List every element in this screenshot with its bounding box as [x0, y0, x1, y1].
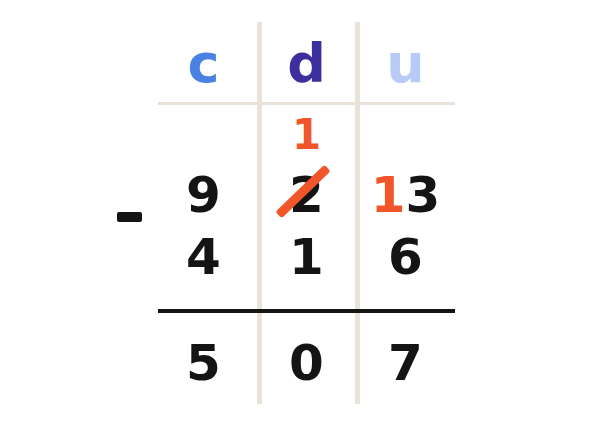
minuend-row: 9 2 1 3: [158, 165, 455, 225]
subtraction-board: c d u 1 9 2 1 3 4 1 6 5 0 7: [0, 0, 600, 425]
result-tens-digit: 0: [257, 333, 356, 393]
minuend-hundreds-digit: 9: [154, 165, 253, 225]
header-units-label: u: [356, 34, 455, 94]
subtrahend-row: 4 1 6: [158, 227, 455, 287]
subtrahend-tens-digit: 1: [257, 227, 356, 287]
result-units-digit: 7: [356, 333, 455, 393]
subtrahend-hundreds-digit: 4: [154, 227, 253, 287]
carry-tens-digit: 1: [257, 105, 356, 165]
result-hundreds-digit: 5: [154, 333, 253, 393]
subtrahend-units-digit: 6: [356, 227, 455, 287]
carry-hundreds-cell: [154, 105, 253, 165]
minuend-tens-cell: 2: [257, 165, 356, 225]
minuend-units-digit: 3: [406, 165, 441, 225]
header-tens-label: d: [257, 34, 356, 94]
result-row: 5 0 7: [158, 333, 455, 393]
result-line: [158, 309, 455, 313]
carry-row: 1: [158, 105, 455, 165]
minuend-units-cell: 1 3: [356, 165, 455, 225]
minus-sign: [117, 212, 142, 222]
header-row: c d u: [158, 34, 455, 94]
header-hundreds-label: c: [154, 34, 253, 94]
borrowed-ten-digit: 1: [371, 165, 406, 225]
carry-units-cell: [356, 105, 455, 165]
